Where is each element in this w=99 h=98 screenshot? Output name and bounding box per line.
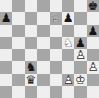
square-d5[interactable] [37, 37, 49, 49]
white-knight[interactable]: ♞♘ [62, 37, 74, 49]
square-g8[interactable] [74, 0, 86, 12]
square-b8[interactable] [12, 0, 24, 12]
square-c1[interactable] [25, 86, 37, 98]
white-pawn-icon: ♙ [75, 49, 86, 61]
square-f2[interactable]: ♟♙ [62, 74, 74, 86]
square-b1[interactable] [12, 86, 24, 98]
square-a3[interactable] [0, 61, 12, 73]
square-e3[interactable] [50, 61, 62, 73]
square-b7[interactable] [12, 12, 24, 24]
square-d3[interactable] [37, 61, 49, 73]
black-king-icon: ♚ [87, 0, 98, 12]
square-h1[interactable] [87, 86, 99, 98]
square-c5[interactable] [25, 37, 37, 49]
white-pawn-icon: ♙ [63, 73, 74, 85]
black-knight-icon: ♞ [26, 61, 37, 73]
square-h6[interactable]: ♟ [87, 25, 99, 37]
square-d8[interactable] [37, 0, 49, 12]
square-h8[interactable]: ♚ [87, 0, 99, 12]
square-e6[interactable] [50, 25, 62, 37]
square-c8[interactable] [25, 0, 37, 12]
square-e4[interactable] [50, 49, 62, 61]
black-pawn[interactable]: ♟ [87, 25, 99, 37]
white-pawn[interactable]: ♟♙ [87, 61, 99, 73]
white-queen-icon: ♕ [50, 12, 61, 24]
square-f1[interactable] [62, 86, 74, 98]
square-g2[interactable]: ♚♔ [74, 74, 86, 86]
square-f5[interactable]: ♞♘ [62, 37, 74, 49]
square-c2[interactable]: ♛ [25, 74, 37, 86]
white-king-icon: ♔ [75, 73, 86, 85]
square-d7[interactable] [37, 12, 49, 24]
square-b5[interactable] [12, 37, 24, 49]
chess-board-container: ♚♟♛♕♟♟♞♘♟♟♙♞♟♙♛♟♙♚♔ [0, 0, 99, 98]
square-a7[interactable]: ♟ [0, 12, 12, 24]
square-f4[interactable] [62, 49, 74, 61]
white-pawn[interactable]: ♟♙ [62, 74, 74, 86]
square-d6[interactable] [37, 25, 49, 37]
square-e1[interactable] [50, 86, 62, 98]
square-c6[interactable] [25, 25, 37, 37]
square-d2[interactable] [37, 74, 49, 86]
square-a4[interactable] [0, 49, 12, 61]
black-pawn-icon: ♟ [75, 37, 86, 49]
square-g1[interactable] [74, 86, 86, 98]
square-h5[interactable] [87, 37, 99, 49]
square-f7[interactable]: ♟ [62, 12, 74, 24]
square-h3[interactable]: ♟♙ [87, 61, 99, 73]
black-pawn[interactable]: ♟ [62, 12, 74, 24]
square-e5[interactable] [50, 37, 62, 49]
square-d4[interactable] [37, 49, 49, 61]
square-h2[interactable] [87, 74, 99, 86]
square-c7[interactable] [25, 12, 37, 24]
black-queen[interactable]: ♛ [25, 74, 37, 86]
white-king[interactable]: ♚♔ [74, 74, 86, 86]
square-e7[interactable]: ♛♕ [50, 12, 62, 24]
chess-board: ♚♟♛♕♟♟♞♘♟♟♙♞♟♙♛♟♙♚♔ [0, 0, 99, 98]
square-a2[interactable] [0, 74, 12, 86]
white-knight-icon: ♘ [63, 37, 74, 49]
black-pawn[interactable]: ♟ [0, 12, 12, 24]
square-b4[interactable] [12, 49, 24, 61]
black-pawn-icon: ♟ [87, 24, 98, 36]
black-king[interactable]: ♚ [87, 0, 99, 12]
square-b6[interactable] [12, 25, 24, 37]
square-b3[interactable] [12, 61, 24, 73]
square-b2[interactable] [12, 74, 24, 86]
square-a5[interactable] [0, 37, 12, 49]
square-d1[interactable] [37, 86, 49, 98]
black-pawn-icon: ♟ [63, 12, 74, 24]
square-g4[interactable]: ♟♙ [74, 49, 86, 61]
square-g7[interactable] [74, 12, 86, 24]
white-pawn-icon: ♙ [87, 61, 98, 73]
square-a1[interactable] [0, 86, 12, 98]
square-a6[interactable] [0, 25, 12, 37]
black-queen-icon: ♛ [26, 73, 37, 85]
white-queen[interactable]: ♛♕ [50, 12, 62, 24]
square-e2[interactable] [50, 74, 62, 86]
black-pawn-icon: ♟ [1, 12, 12, 24]
white-pawn[interactable]: ♟♙ [74, 49, 86, 61]
